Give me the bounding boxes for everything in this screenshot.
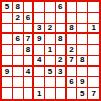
- cell-r8c6-empty[interactable]: [56, 77, 67, 88]
- cell-r1c3-empty[interactable]: [24, 2, 35, 13]
- cell-r6c6-given[interactable]: 2: [56, 56, 67, 67]
- cell-r5c5-given[interactable]: 1: [45, 45, 56, 56]
- cell-r8c5-empty[interactable]: [45, 77, 56, 88]
- cell-r2c2-given[interactable]: 2: [13, 13, 24, 24]
- cell-r3c6-empty[interactable]: [56, 24, 67, 35]
- cell-r7c1-given[interactable]: 9: [2, 67, 13, 78]
- cell-r6c1-empty[interactable]: [2, 56, 13, 67]
- cell-r5c1-empty[interactable]: [2, 45, 13, 56]
- cell-r2c3-given[interactable]: 6: [24, 13, 35, 24]
- cell-r7c8-empty[interactable]: [77, 67, 88, 78]
- cell-r2c1-empty[interactable]: [2, 13, 13, 24]
- cell-r2c8-empty[interactable]: [77, 13, 88, 24]
- cell-r3c2-empty[interactable]: [13, 24, 24, 35]
- cell-r6c8-given[interactable]: 8: [77, 56, 88, 67]
- cell-r6c7-given[interactable]: 7: [67, 56, 78, 67]
- cell-r3c8-empty[interactable]: [77, 24, 88, 35]
- cell-r2c4-empty[interactable]: [34, 13, 45, 24]
- cell-r6c2-empty[interactable]: [13, 56, 24, 67]
- cell-r9c7-empty[interactable]: [67, 88, 78, 99]
- cell-r4c4-given[interactable]: 9: [34, 34, 45, 45]
- cell-r5c8-empty[interactable]: [77, 45, 88, 56]
- cell-r6c3-empty[interactable]: [24, 56, 35, 67]
- cell-r7c3-given[interactable]: 4: [24, 67, 35, 78]
- cell-r1c7-empty[interactable]: [67, 2, 78, 13]
- cell-r5c6-empty[interactable]: [56, 45, 67, 56]
- cell-r3c5-given[interactable]: 2: [45, 24, 56, 35]
- cell-r2c6-empty[interactable]: [56, 13, 67, 24]
- cell-r7c2-empty[interactable]: [13, 67, 24, 78]
- cell-r6c4-given[interactable]: 4: [34, 56, 45, 67]
- cell-r8c4-empty[interactable]: [34, 77, 45, 88]
- cell-r4c6-given[interactable]: 8: [56, 34, 67, 45]
- cell-r8c2-empty[interactable]: [13, 77, 24, 88]
- cell-r1c5-empty[interactable]: [45, 2, 56, 13]
- cell-r9c5-empty[interactable]: [45, 88, 56, 99]
- cell-r8c1-empty[interactable]: [2, 77, 13, 88]
- cell-r9c6-empty[interactable]: [56, 88, 67, 99]
- cell-r2c5-empty[interactable]: [45, 13, 56, 24]
- cell-r6c5-empty[interactable]: [45, 56, 56, 67]
- cell-r9c4-given[interactable]: 1: [34, 88, 45, 99]
- cell-r4c2-given[interactable]: 6: [13, 34, 24, 45]
- cell-r5c3-given[interactable]: 8: [24, 45, 35, 56]
- cell-r5c2-empty[interactable]: [13, 45, 24, 56]
- cell-r9c2-empty[interactable]: [13, 88, 24, 99]
- cell-r7c5-given[interactable]: 5: [45, 67, 56, 78]
- cell-r4c1-empty[interactable]: [2, 34, 13, 45]
- cell-r9c9-given[interactable]: 7: [88, 88, 99, 99]
- cell-r3c7-given[interactable]: 8: [67, 24, 78, 35]
- cell-r8c9-empty[interactable]: [88, 77, 99, 88]
- cell-r7c7-empty[interactable]: [67, 67, 78, 78]
- cell-r7c6-given[interactable]: 3: [56, 67, 67, 78]
- cell-r4c7-empty[interactable]: [67, 34, 78, 45]
- cell-r7c4-empty[interactable]: [34, 67, 45, 78]
- cell-r4c5-empty[interactable]: [45, 34, 56, 45]
- cell-r1c4-empty[interactable]: [34, 2, 45, 13]
- cell-r9c8-given[interactable]: 5: [77, 88, 88, 99]
- sudoku-board: 58626328167988124278945369157: [0, 0, 101, 101]
- cell-r4c9-empty[interactable]: [88, 34, 99, 45]
- cell-r8c8-given[interactable]: 9: [77, 77, 88, 88]
- cell-r5c9-empty[interactable]: [88, 45, 99, 56]
- cell-r1c1-given[interactable]: 5: [2, 2, 13, 13]
- cell-r6c9-empty[interactable]: [88, 56, 99, 67]
- cell-r9c3-empty[interactable]: [24, 88, 35, 99]
- cell-r3c4-given[interactable]: 3: [34, 24, 45, 35]
- cell-r2c9-empty[interactable]: [88, 13, 99, 24]
- cell-r3c3-empty[interactable]: [24, 24, 35, 35]
- cell-r8c3-empty[interactable]: [24, 77, 35, 88]
- cell-r8c7-given[interactable]: 6: [67, 77, 78, 88]
- cell-r1c6-given[interactable]: 6: [56, 2, 67, 13]
- cell-r4c3-given[interactable]: 7: [24, 34, 35, 45]
- cell-r5c7-given[interactable]: 2: [67, 45, 78, 56]
- cell-r2c7-empty[interactable]: [67, 13, 78, 24]
- cell-r4c8-empty[interactable]: [77, 34, 88, 45]
- cell-r5c4-empty[interactable]: [34, 45, 45, 56]
- cell-r3c1-empty[interactable]: [2, 24, 13, 35]
- cell-r1c2-given[interactable]: 8: [13, 2, 24, 13]
- cell-r1c8-empty[interactable]: [77, 2, 88, 13]
- cell-r9c1-empty[interactable]: [2, 88, 13, 99]
- cell-r3c9-given[interactable]: 1: [88, 24, 99, 35]
- cell-r7c9-empty[interactable]: [88, 67, 99, 78]
- cell-r1c9-empty[interactable]: [88, 2, 99, 13]
